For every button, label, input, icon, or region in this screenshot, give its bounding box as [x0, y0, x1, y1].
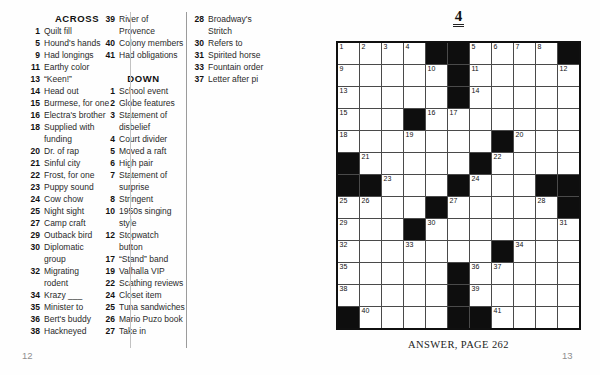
clue-text: Statement of disbelief [119, 109, 167, 133]
clue-text: Cow chow [44, 193, 83, 205]
clue-number: 28 [190, 13, 204, 25]
grid-cell[interactable]: 1 [338, 43, 359, 64]
grid-cell[interactable]: 24 [470, 175, 491, 196]
clue-text: Head out [44, 85, 79, 97]
clue-number: 6 [101, 157, 115, 169]
clue-number: 5 [101, 145, 115, 157]
grid-cell[interactable] [382, 197, 403, 218]
clue-text: Stringent [119, 193, 153, 205]
clue-text: Dr. of rap [44, 145, 79, 157]
grid-cell[interactable]: 23 [382, 175, 403, 196]
grid-cell[interactable]: 25 [338, 197, 359, 218]
clue-text: Stopwatch button [119, 229, 159, 253]
clue-text: Night sight [44, 205, 84, 217]
clue-text: High pair [119, 157, 153, 169]
grid-cell[interactable]: 28 [536, 197, 557, 218]
grid-cell[interactable]: 15 [338, 109, 359, 130]
grid-cell[interactable] [404, 263, 425, 284]
crossword-grid[interactable]: 1234567891011121314151617181920212223242… [336, 41, 581, 330]
grid-cell[interactable] [514, 307, 535, 328]
grid-cell[interactable] [492, 175, 513, 196]
grid-cell[interactable] [470, 219, 491, 240]
black-cell [426, 197, 447, 218]
grid-cell[interactable]: 31 [558, 219, 579, 240]
grid-cell[interactable]: 37 [492, 263, 513, 284]
cell-number: 11 [472, 65, 479, 73]
clue-column-middle: 39River of Provence40Colony members41Had… [101, 13, 186, 337]
grid-cell[interactable] [514, 65, 535, 86]
grid-cell[interactable]: 18 [338, 131, 359, 152]
clue-number: 24 [101, 289, 115, 301]
grid-cell[interactable] [558, 307, 579, 328]
grid-cell[interactable]: 22 [492, 153, 513, 174]
clue-text: Sinful city [44, 157, 80, 169]
clue-item: 12Stopwatch button [101, 229, 186, 253]
cell-number: 29 [340, 219, 348, 227]
clue-text: Hackneyed [44, 325, 87, 337]
clue-item: 2Globe features [101, 97, 186, 109]
clue-number: 15 [26, 97, 40, 109]
black-cell [558, 175, 579, 196]
grid-cell[interactable] [514, 219, 535, 240]
cell-number: 21 [362, 153, 370, 161]
grid-cell[interactable] [404, 197, 425, 218]
clue-text: Closet item [119, 289, 162, 301]
grid-cell[interactable] [536, 219, 557, 240]
grid-cell[interactable] [470, 131, 491, 152]
answer-note: ANSWER, PAGE 262 [336, 339, 581, 350]
grid-cell[interactable] [492, 87, 513, 108]
clue-text: Had obligations [119, 49, 178, 61]
grid-cell[interactable]: 30 [426, 219, 447, 240]
clue-number: 1 [26, 25, 40, 37]
clue-number: 14 [26, 85, 40, 97]
grid-cell[interactable]: 5 [470, 43, 491, 64]
cell-number: 28 [538, 197, 546, 205]
clue-text: Colony members [119, 37, 183, 49]
cell-number: 23 [384, 175, 392, 183]
grid-cell[interactable] [404, 285, 425, 306]
clue-item: 101950s singing style [101, 205, 186, 229]
clue-text: Letter after pi [208, 73, 258, 85]
clue-text: Statement of surprise [119, 169, 167, 193]
grid-cell[interactable] [360, 87, 381, 108]
cell-number: 2 [362, 43, 366, 51]
grid-cell[interactable]: 8 [536, 43, 557, 64]
clue-number: 40 [101, 37, 115, 49]
cell-number: 12 [560, 65, 568, 73]
grid-cell[interactable]: 32 [338, 241, 359, 262]
cell-number: 18 [340, 131, 348, 139]
cell-number: 39 [472, 285, 480, 293]
grid-cell[interactable] [536, 87, 557, 108]
grid-cell[interactable] [382, 131, 403, 152]
grid-cell[interactable] [558, 285, 579, 306]
grid-cell[interactable] [382, 65, 403, 86]
cell-number: 3 [384, 43, 388, 51]
grid-cell[interactable] [404, 153, 425, 174]
grid-cell[interactable]: 11 [470, 65, 491, 86]
grid-cell[interactable] [426, 285, 447, 306]
clue-item: 24Closet item [101, 289, 186, 301]
grid-cell[interactable] [536, 241, 557, 262]
cell-number: 7 [516, 43, 520, 51]
grid-cell[interactable]: 10 [426, 65, 447, 86]
clue-item: 26Mario Puzo book [101, 313, 186, 325]
grid-cell[interactable]: 14 [470, 87, 491, 108]
clue-number: 41 [101, 49, 115, 61]
clue-item: 17“Stand” band [101, 253, 186, 265]
grid-cell[interactable] [426, 131, 447, 152]
black-cell [404, 219, 425, 240]
black-cell [448, 87, 469, 108]
clue-text: “Keen!” [44, 73, 72, 85]
clue-text: Refers to [208, 37, 243, 49]
cell-number: 30 [428, 219, 436, 227]
clue-item: 5Moved a raft [101, 145, 186, 157]
clue-number: 16 [26, 109, 40, 121]
grid-cell[interactable] [492, 219, 513, 240]
page-number-left: 12 [22, 350, 33, 361]
grid-cell[interactable] [514, 197, 535, 218]
cell-number: 17 [450, 109, 458, 117]
clue-text: 1950s singing style [119, 205, 171, 229]
clue-item: 4Court divider [101, 133, 186, 145]
clue-text: School event [119, 85, 168, 97]
grid-cell[interactable] [382, 241, 403, 262]
black-cell [536, 175, 557, 196]
grid-cell[interactable] [360, 263, 381, 284]
clue-number: 27 [26, 217, 40, 229]
clue-text: Diplomatic group [44, 241, 84, 265]
clue-number: 8 [101, 193, 115, 205]
clue-number: 32 [26, 265, 40, 277]
clue-number: 2 [101, 97, 115, 109]
clue-text: Frost, for one [44, 169, 95, 181]
clue-text: Earthy color [44, 61, 89, 73]
grid-cell[interactable]: 38 [338, 285, 359, 306]
grid-cell[interactable]: 26 [360, 197, 381, 218]
grid-cell[interactable] [514, 153, 535, 174]
clue-text: Spirited horse [208, 49, 260, 61]
clue-number: 11 [26, 61, 40, 73]
cell-number: 16 [428, 109, 436, 117]
grid-cell[interactable]: 40 [360, 307, 381, 328]
black-cell [558, 43, 579, 64]
clue-text: Burmese, for one [44, 97, 109, 109]
cell-number: 4 [406, 43, 410, 51]
clue-text: Supplied with funding [44, 121, 95, 145]
clue-number: 24 [26, 193, 40, 205]
grid-cell[interactable] [382, 307, 403, 328]
clue-text: Hound's hands [44, 37, 100, 49]
grid-cell[interactable]: 4 [404, 43, 425, 64]
clue-number: 18 [26, 121, 40, 133]
grid-cell[interactable]: 9 [338, 65, 359, 86]
clue-item: 37Letter after pi [190, 73, 282, 85]
grid-cell[interactable]: 29 [338, 219, 359, 240]
black-cell [558, 197, 579, 218]
grid-cell[interactable] [536, 109, 557, 130]
black-cell [448, 285, 469, 306]
clue-text: Electra's brother [44, 109, 106, 121]
clue-item: 39River of Provence [101, 13, 186, 37]
clue-text: Minister to [44, 301, 83, 313]
grid-cell[interactable] [448, 131, 469, 152]
clue-text: Quilt fill [44, 25, 72, 37]
grid-cell[interactable] [536, 263, 557, 284]
cell-number: 33 [406, 241, 414, 249]
cell-number: 1 [340, 43, 344, 51]
grid-cell[interactable] [382, 153, 403, 174]
clue-text: Bert's buddy [44, 313, 91, 325]
clue-number: 3 [101, 109, 115, 121]
grid-cell[interactable] [360, 219, 381, 240]
grid-cell[interactable] [492, 65, 513, 86]
grid-cell[interactable] [558, 109, 579, 130]
grid-cell[interactable] [558, 87, 579, 108]
clue-item: 25Tuna sandwiches [101, 301, 186, 313]
clue-item: 41Had obligations [101, 49, 186, 61]
cell-number: 10 [428, 65, 436, 73]
black-cell [492, 241, 513, 262]
clue-number: 27 [101, 325, 115, 337]
grid-cell[interactable] [360, 241, 381, 262]
clue-number: 38 [26, 325, 40, 337]
cell-number: 41 [494, 307, 502, 315]
clue-number: 25 [101, 301, 115, 313]
grid-cell[interactable] [514, 285, 535, 306]
clue-text: Fountain order [208, 61, 263, 73]
grid-cell[interactable] [382, 219, 403, 240]
grid-cell[interactable] [382, 109, 403, 130]
clue-text: Krazy ___ [44, 289, 82, 301]
black-cell [426, 43, 447, 64]
cell-number: 13 [340, 87, 348, 95]
clue-item: 40Colony members [101, 37, 186, 49]
clue-text: Camp craft [44, 217, 86, 229]
clue-item: 22Scathing reviews [101, 277, 186, 289]
grid-cell[interactable]: 7 [514, 43, 535, 64]
grid-cell[interactable]: 19 [404, 131, 425, 152]
page-number-right: 13 [562, 350, 573, 361]
cell-number: 5 [472, 43, 476, 51]
column-divider-1 [130, 12, 131, 348]
cell-number: 32 [340, 241, 348, 249]
down-header: DOWN [101, 73, 186, 85]
clue-text: “Stand” band [119, 253, 168, 265]
cell-number: 38 [340, 285, 348, 293]
clue-item: 6High pair [101, 157, 186, 169]
clue-number: 7 [101, 169, 115, 181]
clue-number: 17 [101, 253, 115, 265]
black-cell [470, 153, 491, 174]
clue-text: Migrating rodent [44, 265, 79, 289]
grid-cell[interactable] [360, 285, 381, 306]
book-spread: ACROSS1Quilt fill5Hound's hands9Had long… [0, 0, 600, 375]
grid-cell[interactable] [382, 87, 403, 108]
cell-number: 19 [406, 131, 414, 139]
clue-number: 29 [26, 229, 40, 241]
clue-item: 19Valhalla VIP [101, 265, 186, 277]
grid-cell[interactable] [404, 65, 425, 86]
grid-cell[interactable] [514, 87, 535, 108]
grid-cell[interactable]: 39 [470, 285, 491, 306]
cell-number: 24 [472, 175, 480, 183]
grid-cell[interactable] [360, 65, 381, 86]
grid-cell[interactable]: 12 [558, 65, 579, 86]
clue-number: 30 [190, 37, 204, 49]
cell-number: 20 [516, 131, 524, 139]
clue-item: 7Statement of surprise [101, 169, 186, 193]
cell-number: 31 [560, 219, 568, 227]
grid-cell[interactable] [492, 109, 513, 130]
grid-cell[interactable] [426, 87, 447, 108]
grid-cell[interactable] [514, 263, 535, 284]
cell-number: 9 [340, 65, 344, 73]
cell-number: 6 [494, 43, 498, 51]
grid-cell[interactable] [426, 307, 447, 328]
grid-cell[interactable] [360, 109, 381, 130]
clue-item: 33Fountain order [190, 61, 282, 73]
grid-cell[interactable]: 6 [492, 43, 513, 64]
grid-cell[interactable]: 35 [338, 263, 359, 284]
clue-text: Moved a raft [119, 145, 166, 157]
black-cell [338, 175, 359, 196]
clue-text: Tuna sandwiches [119, 301, 185, 313]
clue-text: River of Provence [119, 13, 155, 37]
clue-text: Scathing reviews [119, 277, 183, 289]
clue-number: 26 [101, 313, 115, 325]
clue-number: 1 [101, 85, 115, 97]
grid-cell[interactable] [470, 197, 491, 218]
clue-number: 10 [101, 205, 115, 217]
grid-cell[interactable] [536, 131, 557, 152]
grid-cell[interactable] [492, 285, 513, 306]
grid-cell[interactable] [558, 131, 579, 152]
black-cell [448, 175, 469, 196]
cell-number: 35 [340, 263, 348, 271]
grid-cell[interactable] [382, 285, 403, 306]
clue-number: 34 [26, 289, 40, 301]
clue-text: Court divider [119, 133, 167, 145]
grid-cell[interactable]: 2 [360, 43, 381, 64]
grid-cell[interactable] [470, 241, 491, 262]
grid-cell[interactable] [382, 263, 403, 284]
puzzle-title: 4 [336, 7, 581, 25]
grid-cell[interactable]: 16 [426, 109, 447, 130]
grid-cell[interactable] [426, 241, 447, 262]
cell-number: 25 [340, 197, 348, 205]
clue-item: 27Take in [101, 325, 186, 337]
cell-number: 37 [494, 263, 502, 271]
clue-number: 5 [26, 37, 40, 49]
cell-number: 34 [516, 241, 524, 249]
black-cell [470, 307, 491, 328]
grid-cell[interactable] [426, 153, 447, 174]
grid-cell[interactable]: 21 [360, 153, 381, 174]
clue-item: 3Statement of disbelief [101, 109, 186, 133]
clue-number: 22 [26, 169, 40, 181]
grid-cell[interactable] [514, 109, 535, 130]
black-cell [448, 65, 469, 86]
grid-cell[interactable]: 36 [470, 263, 491, 284]
grid-cell[interactable] [536, 65, 557, 86]
grid-cell[interactable] [404, 87, 425, 108]
cell-number: 26 [362, 197, 370, 205]
grid-cell[interactable] [426, 175, 447, 196]
black-cell [404, 109, 425, 130]
grid-cell[interactable] [448, 153, 469, 174]
grid-cell[interactable]: 34 [514, 241, 535, 262]
grid-cell[interactable]: 20 [514, 131, 535, 152]
grid-cell[interactable]: 13 [338, 87, 359, 108]
clue-number: 12 [101, 229, 115, 241]
black-cell [448, 43, 469, 64]
clue-number: 4 [101, 133, 115, 145]
puzzle-number: 4 [453, 8, 465, 27]
clue-number: 25 [26, 205, 40, 217]
cell-number: 40 [362, 307, 370, 315]
grid-cell[interactable] [492, 197, 513, 218]
grid-cell[interactable]: 3 [382, 43, 403, 64]
clue-number: 23 [26, 181, 40, 193]
clue-number: 21 [26, 157, 40, 169]
grid-cell[interactable]: 17 [448, 109, 469, 130]
clue-item: 30Refers to [190, 37, 282, 49]
grid-cell[interactable] [448, 219, 469, 240]
black-cell [338, 153, 359, 174]
clue-column-down-continued: 28Broadway's Stritch30Refers to31Spirite… [190, 13, 282, 85]
grid-cell[interactable] [514, 175, 535, 196]
clue-text: Outback bird [44, 229, 92, 241]
grid-cell[interactable]: 27 [448, 197, 469, 218]
grid-cell[interactable]: 41 [492, 307, 513, 328]
grid-cell[interactable] [426, 263, 447, 284]
clue-number: 22 [101, 277, 115, 289]
clue-number: 13 [26, 73, 40, 85]
grid-cell[interactable] [404, 307, 425, 328]
grid-cell[interactable] [470, 109, 491, 130]
clue-number: 20 [26, 145, 40, 157]
grid-cell[interactable] [558, 153, 579, 174]
clue-item: 8Stringent [101, 193, 186, 205]
cell-number: 8 [538, 43, 542, 51]
grid-cell[interactable] [536, 153, 557, 174]
grid-cell[interactable] [404, 175, 425, 196]
clue-number: 39 [101, 13, 115, 25]
clue-item: 28Broadway's Stritch [190, 13, 282, 37]
cell-number: 22 [494, 153, 502, 161]
clue-number: 9 [26, 49, 40, 61]
clue-number: 19 [101, 265, 115, 277]
grid-cell[interactable] [558, 263, 579, 284]
black-cell [338, 307, 359, 328]
grid-cell[interactable] [360, 131, 381, 152]
clue-number: 31 [190, 49, 204, 61]
column-divider-2 [186, 12, 187, 348]
grid-cell[interactable] [448, 241, 469, 262]
grid-cell[interactable] [536, 285, 557, 306]
clue-number: 35 [26, 301, 40, 313]
clue-number: 36 [26, 313, 40, 325]
clue-item: 1School event [101, 85, 186, 97]
grid-cell[interactable]: 33 [404, 241, 425, 262]
clue-number: 30 [26, 241, 40, 253]
grid-cell[interactable] [536, 307, 557, 328]
cell-number: 36 [472, 263, 480, 271]
grid-cell[interactable] [558, 241, 579, 262]
